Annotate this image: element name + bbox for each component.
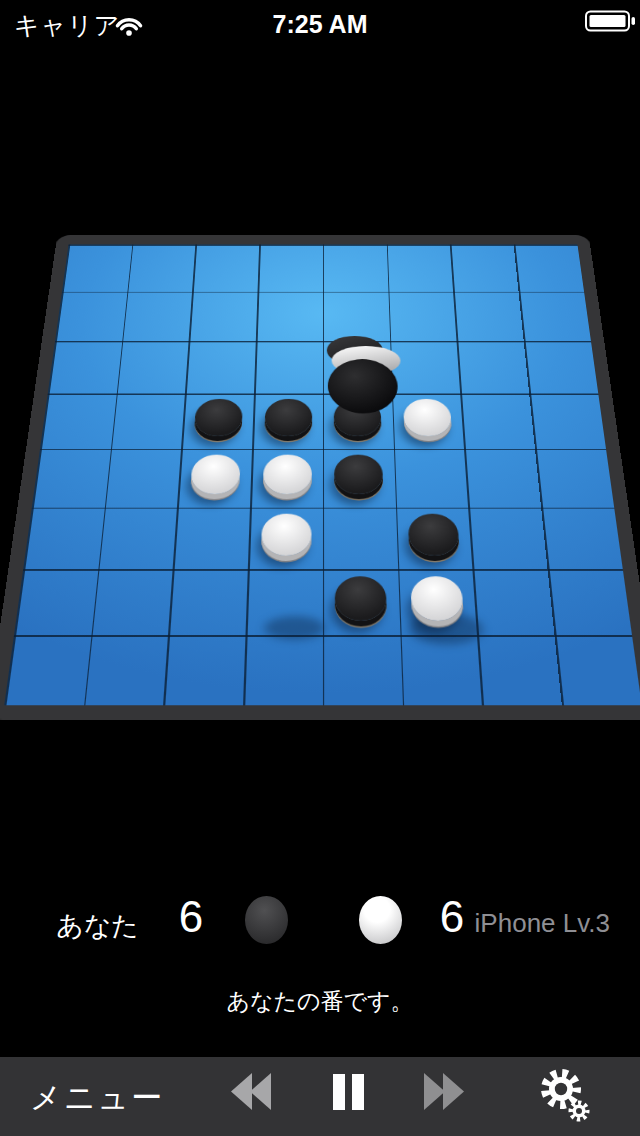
rewind-icon[interactable]: [231, 1073, 271, 1110]
pause-bar: [352, 1074, 364, 1110]
player-score: 6: [168, 892, 214, 942]
board-viewport: [40, 166, 606, 732]
app-screen: キャリア 7:25 AM あなた 6 6 iPhone: [0, 0, 640, 1136]
othello-board[interactable]: [4, 244, 640, 705]
pause-icon[interactable]: [333, 1074, 364, 1110]
board-frame: [0, 235, 640, 719]
disc-black: [264, 399, 312, 436]
disc-white: [261, 513, 312, 555]
battery-full-icon: [585, 10, 637, 32]
flipping-disc: [323, 341, 392, 394]
settings-gears-icon[interactable]: [534, 1061, 596, 1125]
toolbar: メニュー: [0, 1057, 640, 1136]
turn-message: あなたの番です。: [0, 986, 640, 1017]
opponent-score: 6: [429, 892, 475, 942]
menu-button[interactable]: メニュー: [30, 1077, 164, 1119]
disc-white: [262, 455, 311, 495]
black-disc-icon: [245, 896, 288, 944]
player-label: あなた: [56, 908, 139, 944]
pause-bar: [333, 1074, 345, 1110]
status-time: 7:25 AM: [0, 10, 640, 39]
fast-forward-icon[interactable]: [424, 1073, 464, 1110]
opponent-label: iPhone Lv.3: [475, 908, 610, 939]
disc-shadow: [264, 616, 325, 640]
score-bar: あなた 6 6 iPhone Lv.3: [0, 890, 640, 954]
status-bar: キャリア 7:25 AM: [0, 0, 640, 44]
board-grid-lines: [4, 244, 640, 705]
white-disc-icon: [359, 896, 402, 944]
